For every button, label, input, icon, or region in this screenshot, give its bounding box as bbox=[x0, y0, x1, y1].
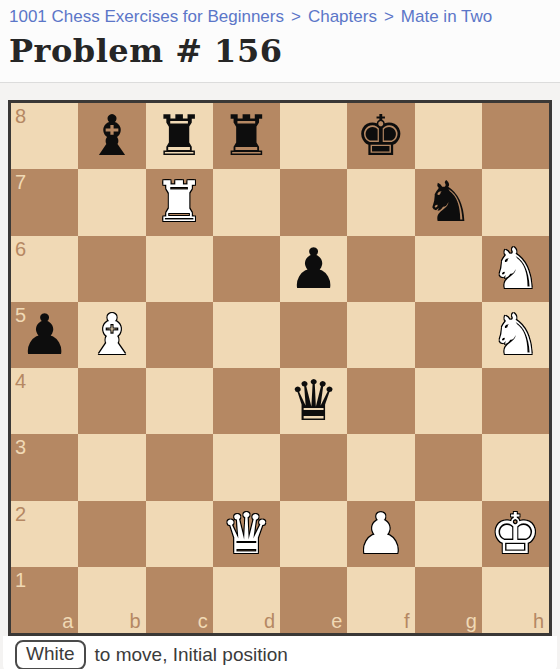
square-e7[interactable] bbox=[280, 169, 347, 235]
square-c5[interactable] bbox=[146, 302, 213, 368]
square-h2[interactable]: ♚ bbox=[482, 501, 549, 567]
square-g7[interactable]: ♞ bbox=[415, 169, 482, 235]
rank-label-2: 2 bbox=[15, 504, 26, 524]
square-c6[interactable] bbox=[146, 236, 213, 302]
square-a3[interactable]: 3 bbox=[11, 434, 78, 500]
square-b3[interactable] bbox=[78, 434, 145, 500]
square-c8[interactable]: ♜ bbox=[146, 103, 213, 169]
square-g4[interactable] bbox=[415, 368, 482, 434]
square-g2[interactable] bbox=[415, 501, 482, 567]
square-a2[interactable]: 2 bbox=[11, 501, 78, 567]
square-b5[interactable]: ♝ bbox=[78, 302, 145, 368]
black-pawn[interactable]: ♟ bbox=[289, 241, 339, 297]
square-e3[interactable] bbox=[280, 434, 347, 500]
black-king[interactable]: ♚ bbox=[356, 108, 406, 164]
square-g6[interactable] bbox=[415, 236, 482, 302]
square-e6[interactable]: ♟ bbox=[280, 236, 347, 302]
breadcrumb-link-mate-in-two[interactable]: Mate in Two bbox=[401, 7, 492, 27]
board-section: 8♝♜♜♚7♜♞6♟♞5♟♝♞4♛32♛♟♚1abcdefgh bbox=[0, 83, 560, 636]
rank-label-3: 3 bbox=[15, 437, 26, 457]
square-e4[interactable]: ♛ bbox=[280, 368, 347, 434]
square-h8[interactable] bbox=[482, 103, 549, 169]
square-c3[interactable] bbox=[146, 434, 213, 500]
square-g8[interactable] bbox=[415, 103, 482, 169]
rank-label-6: 6 bbox=[15, 239, 26, 259]
square-f8[interactable]: ♚ bbox=[347, 103, 414, 169]
file-label-d: d bbox=[264, 611, 275, 631]
square-b7[interactable] bbox=[78, 169, 145, 235]
square-f6[interactable] bbox=[347, 236, 414, 302]
file-label-c: c bbox=[198, 611, 208, 631]
square-a7[interactable]: 7 bbox=[11, 169, 78, 235]
rank-label-8: 8 bbox=[15, 106, 26, 126]
breadcrumb: 1001 Chess Exercises for Beginners > Cha… bbox=[9, 7, 550, 27]
black-knight[interactable]: ♞ bbox=[423, 174, 473, 230]
white-king[interactable]: ♚ bbox=[490, 506, 540, 562]
square-d7[interactable] bbox=[213, 169, 280, 235]
breadcrumb-link-book[interactable]: 1001 Chess Exercises for Beginners bbox=[9, 7, 284, 27]
square-a6[interactable]: 6 bbox=[11, 236, 78, 302]
square-f7[interactable] bbox=[347, 169, 414, 235]
white-pawn[interactable]: ♟ bbox=[356, 506, 406, 562]
rank-label-1: 1 bbox=[15, 570, 26, 590]
breadcrumb-separator: > bbox=[384, 7, 394, 27]
square-h3[interactable] bbox=[482, 434, 549, 500]
square-b2[interactable] bbox=[78, 501, 145, 567]
square-e1[interactable]: e bbox=[280, 567, 347, 633]
black-pawn[interactable]: ♟ bbox=[20, 307, 70, 363]
square-a8[interactable]: 8 bbox=[11, 103, 78, 169]
square-c7[interactable]: ♜ bbox=[146, 169, 213, 235]
square-d1[interactable]: d bbox=[213, 567, 280, 633]
square-d4[interactable] bbox=[213, 368, 280, 434]
square-c1[interactable]: c bbox=[146, 567, 213, 633]
white-knight[interactable]: ♞ bbox=[490, 307, 540, 363]
square-a4[interactable]: 4 bbox=[11, 368, 78, 434]
file-label-f: f bbox=[404, 611, 410, 631]
square-b8[interactable]: ♝ bbox=[78, 103, 145, 169]
chess-board: 8♝♜♜♚7♜♞6♟♞5♟♝♞4♛32♛♟♚1abcdefgh bbox=[8, 100, 552, 636]
rank-label-4: 4 bbox=[15, 371, 26, 391]
status-text: to move, Initial position bbox=[95, 644, 288, 666]
black-rook[interactable]: ♜ bbox=[221, 108, 271, 164]
square-d3[interactable] bbox=[213, 434, 280, 500]
square-c2[interactable] bbox=[146, 501, 213, 567]
square-a5[interactable]: 5♟ bbox=[11, 302, 78, 368]
square-g5[interactable] bbox=[415, 302, 482, 368]
square-h4[interactable] bbox=[482, 368, 549, 434]
square-e5[interactable] bbox=[280, 302, 347, 368]
white-knight[interactable]: ♞ bbox=[490, 241, 540, 297]
status-bar: White to move, Initial position bbox=[3, 636, 557, 669]
square-d6[interactable] bbox=[213, 236, 280, 302]
square-h6[interactable]: ♞ bbox=[482, 236, 549, 302]
page-header: 1001 Chess Exercises for Beginners > Cha… bbox=[0, 0, 560, 83]
square-b1[interactable]: b bbox=[78, 567, 145, 633]
square-f1[interactable]: f bbox=[347, 567, 414, 633]
square-f5[interactable] bbox=[347, 302, 414, 368]
breadcrumb-link-chapters[interactable]: Chapters bbox=[308, 7, 377, 27]
white-bishop[interactable]: ♝ bbox=[87, 307, 137, 363]
square-d8[interactable]: ♜ bbox=[213, 103, 280, 169]
file-label-a: a bbox=[62, 611, 73, 631]
square-f3[interactable] bbox=[347, 434, 414, 500]
square-d5[interactable] bbox=[213, 302, 280, 368]
square-b4[interactable] bbox=[78, 368, 145, 434]
rank-label-7: 7 bbox=[15, 172, 26, 192]
square-h5[interactable]: ♞ bbox=[482, 302, 549, 368]
square-f2[interactable]: ♟ bbox=[347, 501, 414, 567]
file-label-g: g bbox=[466, 611, 477, 631]
square-h1[interactable]: h bbox=[482, 567, 549, 633]
black-bishop[interactable]: ♝ bbox=[87, 108, 137, 164]
square-f4[interactable] bbox=[347, 368, 414, 434]
square-g1[interactable]: g bbox=[415, 567, 482, 633]
square-d2[interactable]: ♛ bbox=[213, 501, 280, 567]
black-rook[interactable]: ♜ bbox=[154, 108, 204, 164]
file-label-e: e bbox=[331, 611, 342, 631]
file-label-h: h bbox=[533, 611, 544, 631]
to-move-badge: White bbox=[15, 640, 86, 669]
square-b6[interactable] bbox=[78, 236, 145, 302]
square-g3[interactable] bbox=[415, 434, 482, 500]
white-queen[interactable]: ♛ bbox=[221, 506, 271, 562]
black-queen[interactable]: ♛ bbox=[289, 373, 339, 429]
white-rook[interactable]: ♜ bbox=[154, 174, 204, 230]
square-c4[interactable] bbox=[146, 368, 213, 434]
breadcrumb-separator: > bbox=[291, 7, 301, 27]
file-label-b: b bbox=[129, 611, 140, 631]
page-title: Problem # 156 bbox=[9, 32, 550, 70]
square-e2[interactable] bbox=[280, 501, 347, 567]
square-e8[interactable] bbox=[280, 103, 347, 169]
square-a1[interactable]: 1a bbox=[11, 567, 78, 633]
square-h7[interactable] bbox=[482, 169, 549, 235]
